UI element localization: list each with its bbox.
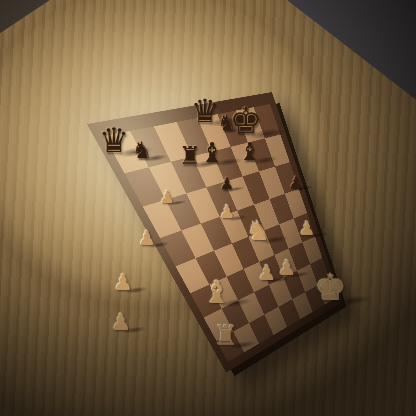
piece-black-bishop-e7[interactable]: ♝ xyxy=(200,139,224,166)
piece-white-pawn-e2[interactable]: ♟ xyxy=(258,263,277,284)
piece-black-rook-d7[interactable]: ♜ xyxy=(179,143,201,168)
piece-black-bishop-g7[interactable]: ♝ xyxy=(239,139,261,164)
piece-white-pawn-f2[interactable]: ♟ xyxy=(278,258,297,279)
piece-black-knight-b8[interactable]: ♞ xyxy=(132,139,153,162)
piece-white-pawn-e5[interactable]: ♟ xyxy=(219,203,235,221)
piece-white-rook-a1[interactable]: ♜ xyxy=(214,322,238,349)
piece-white-pawn-h3[interactable]: ♟ xyxy=(298,219,315,238)
piece-black-queen-a8[interactable]: ♛ xyxy=(99,123,129,157)
piece-white-pawn-table[interactable]: ♟ xyxy=(111,311,132,334)
piece-black-king-g8[interactable]: ♚ xyxy=(230,103,262,139)
piece-black-pawn-h5[interactable]: ♟ xyxy=(289,175,303,191)
piece-white-knight-e4[interactable]: ♞ xyxy=(246,217,270,244)
piece-white-bishop-b2[interactable]: ♝ xyxy=(203,277,231,308)
piece-black-queen-e8[interactable]: ♛ xyxy=(191,95,220,127)
pieces-layer: ♛♞♛♞♚♜♝♝♟♟♟♟♞♟♟♟♝♜♚♟♟♟ xyxy=(0,0,416,416)
scene: ♛♞♛♞♚♜♝♝♟♟♟♟♞♟♟♟♝♜♚♟♟♟ xyxy=(0,0,416,416)
piece-white-pawn-table[interactable]: ♟ xyxy=(113,272,133,294)
piece-white-king-h1[interactable]: ♚ xyxy=(315,270,347,306)
piece-black-pawn-e6[interactable]: ♟ xyxy=(220,176,234,192)
piece-white-pawn-b6[interactable]: ♟ xyxy=(159,189,174,206)
piece-white-pawn-table[interactable]: ♟ xyxy=(138,228,156,248)
